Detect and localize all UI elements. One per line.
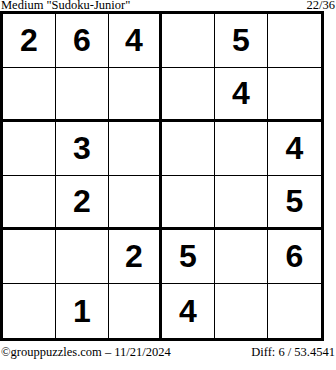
difficulty-rating: Diff: 6 / 53.4541 bbox=[251, 347, 335, 358]
cell-r4c1[interactable] bbox=[3, 176, 56, 230]
cell-r3c2[interactable]: 3 bbox=[56, 122, 109, 176]
cell-r5c3[interactable]: 2 bbox=[109, 230, 162, 284]
cell-r3c1[interactable] bbox=[3, 122, 56, 176]
cell-r2c1[interactable] bbox=[3, 68, 56, 122]
cell-r1c6[interactable] bbox=[268, 14, 321, 68]
cell-r6c5[interactable] bbox=[215, 284, 268, 338]
puzzle-title: Medium "Sudoku-Junior" bbox=[1, 0, 130, 11]
cell-r1c3[interactable]: 4 bbox=[109, 14, 162, 68]
cell-r4c2[interactable]: 2 bbox=[56, 176, 109, 230]
cell-r6c4[interactable]: 4 bbox=[162, 284, 215, 338]
cell-r2c5[interactable]: 4 bbox=[215, 68, 268, 122]
cell-r2c4[interactable] bbox=[162, 68, 215, 122]
copyright-credit: ©grouppuzzles.com – 11/21/2024 bbox=[1, 347, 171, 358]
cell-r4c5[interactable] bbox=[215, 176, 268, 230]
cell-r3c3[interactable] bbox=[109, 122, 162, 176]
cell-r3c5[interactable] bbox=[215, 122, 268, 176]
cell-r1c2[interactable]: 6 bbox=[56, 14, 109, 68]
header: Medium "Sudoku-Junior" 22/36 bbox=[0, 0, 336, 11]
progress-counter: 22/36 bbox=[307, 0, 335, 11]
cell-r5c1[interactable] bbox=[3, 230, 56, 284]
sudoku-board: 26454342525614 bbox=[0, 11, 324, 341]
cell-r5c6[interactable]: 6 bbox=[268, 230, 321, 284]
footer: ©grouppuzzles.com – 11/21/2024 Diff: 6 /… bbox=[0, 347, 336, 358]
cell-r4c3[interactable] bbox=[109, 176, 162, 230]
cell-r6c6[interactable] bbox=[268, 284, 321, 338]
cell-r1c4[interactable] bbox=[162, 14, 215, 68]
cell-r2c3[interactable] bbox=[109, 68, 162, 122]
cell-r2c6[interactable] bbox=[268, 68, 321, 122]
cell-r6c3[interactable] bbox=[109, 284, 162, 338]
puzzle-page: Medium "Sudoku-Junior" 22/36 26454342525… bbox=[0, 0, 336, 370]
cell-r5c5[interactable] bbox=[215, 230, 268, 284]
cell-r1c5[interactable]: 5 bbox=[215, 14, 268, 68]
cell-r5c2[interactable] bbox=[56, 230, 109, 284]
cell-r3c4[interactable] bbox=[162, 122, 215, 176]
cell-r5c4[interactable]: 5 bbox=[162, 230, 215, 284]
cell-r1c1[interactable]: 2 bbox=[3, 14, 56, 68]
cell-r4c4[interactable] bbox=[162, 176, 215, 230]
cell-r6c1[interactable] bbox=[3, 284, 56, 338]
cell-r4c6[interactable]: 5 bbox=[268, 176, 321, 230]
cell-r3c6[interactable]: 4 bbox=[268, 122, 321, 176]
cell-r2c2[interactable] bbox=[56, 68, 109, 122]
cell-r6c2[interactable]: 1 bbox=[56, 284, 109, 338]
